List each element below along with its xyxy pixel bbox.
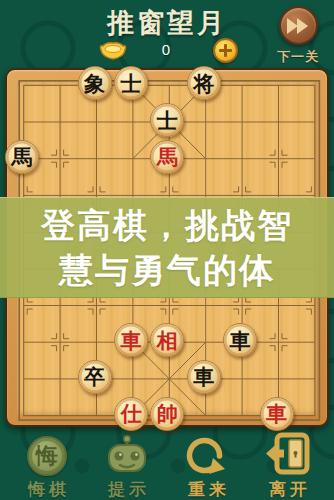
piece-black-士[interactable]: 士 — [150, 103, 184, 137]
hint-label: 提示 — [87, 478, 167, 500]
restart-button[interactable]: 重来 — [167, 432, 247, 500]
piece-black-車[interactable]: 車 — [223, 323, 257, 357]
restart-arrow-icon — [185, 432, 229, 476]
coin-counter: 0 — [96, 38, 240, 64]
piece-black-卒[interactable]: 卒 — [78, 360, 112, 394]
piece-black-将[interactable]: 将 — [187, 66, 221, 100]
undo-piece-icon: 悔 — [27, 436, 67, 476]
piece-red-車[interactable]: 車 — [114, 323, 148, 357]
leave-button[interactable]: 离开 — [248, 432, 328, 500]
next-level-button[interactable]: 下一关 — [277, 6, 319, 66]
game-screen: 推窗望月 0 下一关 楚河 漢界 象士将士馬馬車相車卒車仕帥車 — [0, 0, 334, 500]
next-level-label: 下一关 — [277, 48, 319, 66]
action-bar: 悔 悔棋 提示 — [0, 432, 334, 500]
exit-door-icon — [265, 432, 311, 476]
piece-red-相[interactable]: 相 — [150, 323, 184, 357]
leave-label: 离开 — [248, 478, 328, 500]
promo-text-banner: 登高棋，挑战智 慧与勇气的体 — [0, 197, 334, 298]
piece-black-車[interactable]: 車 — [187, 360, 221, 394]
undo-label: 悔棋 — [7, 478, 87, 500]
coin-count: 0 — [148, 41, 184, 58]
piece-black-馬[interactable]: 馬 — [5, 140, 39, 174]
add-coins-button[interactable] — [213, 38, 238, 63]
restart-label: 重来 — [167, 478, 247, 500]
piece-black-士[interactable]: 士 — [114, 66, 148, 100]
undo-button[interactable]: 悔 悔棋 — [7, 432, 87, 500]
piece-red-仕[interactable]: 仕 — [114, 397, 148, 431]
hint-button[interactable]: 提示 — [87, 432, 167, 500]
piece-red-車[interactable]: 車 — [260, 397, 294, 431]
piece-red-馬[interactable]: 馬 — [150, 140, 184, 174]
piece-red-帥[interactable]: 帥 — [150, 397, 184, 431]
header-bar: 推窗望月 0 下一关 — [0, 0, 334, 68]
banner-text-line2: 慧与勇气的体 — [59, 248, 275, 293]
fast-forward-icon — [279, 6, 318, 45]
robot-hint-icon — [105, 432, 149, 476]
piece-black-象[interactable]: 象 — [78, 66, 112, 100]
banner-text-line1: 登高棋，挑战智 — [41, 203, 293, 248]
gold-ingot-icon — [98, 41, 128, 61]
